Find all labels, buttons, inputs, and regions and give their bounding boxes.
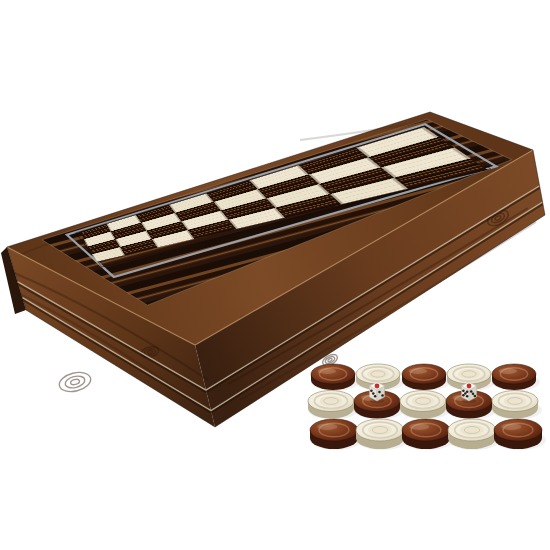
white-checker [400, 391, 450, 420]
die-top-pip [467, 384, 472, 389]
brown-checker [492, 364, 540, 391]
backgammon-case-photo [0, 0, 550, 550]
die-top-pip [375, 384, 380, 389]
die [370, 382, 385, 403]
die [462, 382, 477, 403]
brown-checker [494, 419, 546, 450]
white-checker [308, 391, 358, 420]
white-checker [448, 419, 500, 450]
white-checker [356, 419, 408, 450]
brown-checker [310, 419, 362, 450]
white-checker [492, 391, 542, 420]
brown-checker [402, 419, 454, 450]
checkers-tray [308, 364, 546, 450]
brown-checker [311, 364, 359, 391]
product-photo-stage [0, 0, 550, 550]
brown-checker [402, 364, 450, 391]
